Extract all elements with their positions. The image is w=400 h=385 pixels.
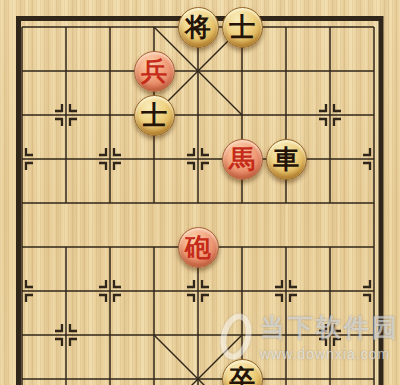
pieces-layer: 将士兵士馬車砲卒 bbox=[0, 0, 400, 385]
piece-red-兵[interactable]: 兵 bbox=[134, 51, 175, 92]
piece-black-将[interactable]: 将 bbox=[178, 7, 219, 48]
piece-black-士[interactable]: 士 bbox=[222, 7, 263, 48]
piece-black-士[interactable]: 士 bbox=[134, 95, 175, 136]
xiangqi-board[interactable]: 将士兵士馬車砲卒 当下软件园 www.downxia.com bbox=[0, 0, 400, 385]
piece-black-卒[interactable]: 卒 bbox=[222, 359, 263, 385]
piece-black-車[interactable]: 車 bbox=[266, 139, 307, 180]
piece-red-馬[interactable]: 馬 bbox=[222, 139, 263, 180]
piece-red-砲[interactable]: 砲 bbox=[178, 227, 219, 268]
